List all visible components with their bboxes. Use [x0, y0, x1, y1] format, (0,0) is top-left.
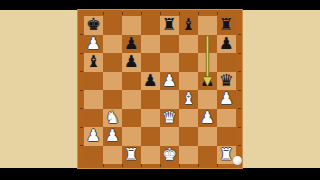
piece-black-e8: ♜: [162, 17, 177, 34]
square-g5[interactable]: ♟: [198, 72, 217, 91]
piece-black-h7: ♟: [219, 35, 234, 52]
piece-black-f8: ♝: [181, 17, 196, 34]
square-h3[interactable]: [217, 109, 236, 128]
frame-tick-left: [80, 71, 83, 72]
square-b8[interactable]: [103, 16, 122, 35]
frame-tick-bottom: [122, 164, 123, 167]
square-a6[interactable]: ♝: [84, 53, 103, 72]
square-f7[interactable]: [179, 35, 198, 54]
frame-tick-left: [80, 127, 83, 128]
square-a7[interactable]: ♟: [84, 35, 103, 54]
square-g8[interactable]: [198, 16, 217, 35]
square-d1[interactable]: [141, 146, 160, 165]
piece-white-e1: ♚: [162, 146, 177, 163]
square-f6[interactable]: [179, 53, 198, 72]
square-g1[interactable]: [198, 146, 217, 165]
square-d5[interactable]: ♟: [141, 72, 160, 91]
square-a4[interactable]: [84, 90, 103, 109]
square-g3[interactable]: ♟: [198, 109, 217, 128]
square-e1[interactable]: ♚: [160, 146, 179, 165]
letterbox-bottom: [0, 168, 320, 180]
frame-tick-right: [238, 71, 241, 72]
piece-black-c7: ♟: [124, 35, 139, 52]
square-a8[interactable]: ♚: [84, 16, 103, 35]
square-a2[interactable]: ♟: [84, 127, 103, 146]
frame-tick-right: [238, 145, 241, 146]
square-h8[interactable]: ♜: [217, 16, 236, 35]
piece-white-e3: ♛: [162, 109, 177, 126]
piece-black-h8: ♜: [219, 17, 234, 34]
square-e5[interactable]: ♟: [160, 72, 179, 91]
square-e6[interactable]: [160, 53, 179, 72]
square-c7[interactable]: ♟: [122, 35, 141, 54]
square-h5[interactable]: ♛: [217, 72, 236, 91]
piece-white-g3: ♟: [200, 109, 215, 126]
square-c2[interactable]: [122, 127, 141, 146]
frame-tick-left: [80, 108, 83, 109]
piece-black-a6: ♝: [86, 54, 101, 71]
frame-tick-right: [238, 34, 241, 35]
piece-white-a7: ♟: [86, 35, 101, 52]
square-c3[interactable]: [122, 109, 141, 128]
piece-white-a2: ♟: [86, 128, 101, 145]
square-b2[interactable]: ♟: [103, 127, 122, 146]
frame-tick-top: [198, 12, 199, 15]
square-d7[interactable]: [141, 35, 160, 54]
square-c1[interactable]: ♜: [122, 146, 141, 165]
square-g6[interactable]: [198, 53, 217, 72]
square-b7[interactable]: [103, 35, 122, 54]
piece-white-h4: ♟: [219, 91, 234, 108]
frame-tick-right: [238, 127, 241, 128]
frame-tick-left: [80, 90, 83, 91]
frame-tick-bottom: [160, 164, 161, 167]
piece-black-h5: ♛: [219, 72, 234, 89]
frame-tick-top: [141, 12, 142, 15]
square-f2[interactable]: [179, 127, 198, 146]
square-a5[interactable]: [84, 72, 103, 91]
square-f4[interactable]: ♝: [179, 90, 198, 109]
frame-tick-left: [80, 145, 83, 146]
square-g2[interactable]: [198, 127, 217, 146]
square-f8[interactable]: ♝: [179, 16, 198, 35]
piece-white-b3: ♞: [105, 109, 120, 126]
frame-tick-bottom: [141, 164, 142, 167]
frame-tick-top: [160, 12, 161, 15]
square-e8[interactable]: ♜: [160, 16, 179, 35]
square-c6[interactable]: ♟: [122, 53, 141, 72]
square-h2[interactable]: [217, 127, 236, 146]
piece-white-b2: ♟: [105, 128, 120, 145]
square-e2[interactable]: [160, 127, 179, 146]
white-to-move-indicator: [233, 156, 242, 165]
square-h4[interactable]: ♟: [217, 90, 236, 109]
piece-black-d5: ♟: [143, 72, 158, 89]
square-b5[interactable]: [103, 72, 122, 91]
square-f5[interactable]: [179, 72, 198, 91]
square-a1[interactable]: [84, 146, 103, 165]
frame-tick-right: [238, 53, 241, 54]
square-d3[interactable]: [141, 109, 160, 128]
frame-tick-left: [80, 34, 83, 35]
frame-tick-top: [122, 12, 123, 15]
square-c8[interactable]: [122, 16, 141, 35]
square-f3[interactable]: [179, 109, 198, 128]
square-c4[interactable]: [122, 90, 141, 109]
square-h7[interactable]: ♟: [217, 35, 236, 54]
chess-board[interactable]: ♚♜♝♜♟♟♟♝♟♟♟♟♛♝♟♞♛♟♟♟♜♚♜: [78, 10, 242, 168]
frame-tick-top: [179, 12, 180, 15]
square-e4[interactable]: [160, 90, 179, 109]
piece-white-e5: ♟: [162, 72, 177, 89]
frame-tick-left: [80, 53, 83, 54]
board-grid: ♚♜♝♜♟♟♟♝♟♟♟♟♛♝♟♞♛♟♟♟♜♚♜: [84, 16, 236, 164]
frame-tick-top: [103, 12, 104, 15]
piece-white-c1: ♜: [124, 146, 139, 163]
square-d6[interactable]: [141, 53, 160, 72]
square-e7[interactable]: [160, 35, 179, 54]
square-d2[interactable]: [141, 127, 160, 146]
square-d8[interactable]: [141, 16, 160, 35]
square-b1[interactable]: [103, 146, 122, 165]
square-a3[interactable]: [84, 109, 103, 128]
frame-tick-right: [238, 90, 241, 91]
frame-tick-bottom: [179, 164, 180, 167]
square-d4[interactable]: [141, 90, 160, 109]
letterbox-top: [0, 0, 320, 10]
square-b6[interactable]: [103, 53, 122, 72]
square-f1[interactable]: [179, 146, 198, 165]
square-b4[interactable]: [103, 90, 122, 109]
piece-black-g5: ♟: [200, 72, 215, 89]
frame-tick-bottom: [103, 164, 104, 167]
piece-black-a8: ♚: [86, 17, 101, 34]
square-h6[interactable]: [217, 53, 236, 72]
frame-tick-bottom: [198, 164, 199, 167]
piece-white-f4: ♝: [181, 91, 196, 108]
piece-black-c6: ♟: [124, 54, 139, 71]
square-e3[interactable]: ♛: [160, 109, 179, 128]
frame-tick-bottom: [217, 164, 218, 167]
frame-tick-right: [238, 108, 241, 109]
square-g7[interactable]: [198, 35, 217, 54]
square-g4[interactable]: [198, 90, 217, 109]
square-b3[interactable]: ♞: [103, 109, 122, 128]
square-c5[interactable]: [122, 72, 141, 91]
frame-tick-top: [217, 12, 218, 15]
piece-white-h1: ♜: [219, 146, 234, 163]
